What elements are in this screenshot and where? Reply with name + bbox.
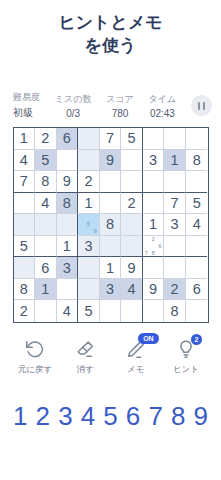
board-wrap: 1267545931878924812755981345132678631981… bbox=[0, 127, 221, 323]
cell-r1c3[interactable]: 6 bbox=[57, 128, 79, 150]
cell-r8c2[interactable]: 1 bbox=[35, 279, 57, 301]
cell-r8c4[interactable] bbox=[78, 279, 100, 301]
cell-r9c6[interactable] bbox=[121, 300, 143, 322]
cell-notes: 2678 bbox=[143, 236, 164, 257]
erase-label: 消す bbox=[77, 364, 94, 376]
numpad-5[interactable]: 5 bbox=[103, 403, 117, 429]
hint-button[interactable]: 2 ヒント bbox=[161, 338, 211, 376]
cell-r1c5[interactable]: 7 bbox=[100, 128, 122, 150]
stat-mistakes: ミスの数 0/3 bbox=[55, 93, 92, 119]
cell-r5c4[interactable]: 59 bbox=[78, 214, 100, 236]
cell-r9c7[interactable] bbox=[143, 300, 165, 322]
undo-icon bbox=[24, 338, 46, 360]
numpad-2[interactable]: 2 bbox=[36, 403, 50, 429]
cell-r1c8[interactable] bbox=[164, 128, 186, 150]
stat-score: スコア 780 bbox=[106, 93, 134, 119]
cell-r7c3[interactable]: 3 bbox=[57, 257, 79, 279]
cell-r5c7[interactable]: 1 bbox=[143, 214, 165, 236]
time-label: タイム bbox=[149, 93, 177, 106]
stat-difficulty: 難易度 初級 bbox=[13, 91, 40, 120]
toolbar: 元に戻す 消す ON メモ 2 ヒント bbox=[0, 338, 221, 376]
cell-r2c9[interactable]: 8 bbox=[186, 150, 208, 172]
cell-r7c7[interactable] bbox=[143, 257, 165, 279]
cell-r6c9[interactable] bbox=[186, 236, 208, 258]
cell-r7c2[interactable]: 6 bbox=[35, 257, 57, 279]
cell-r2c3[interactable] bbox=[57, 150, 79, 172]
memo-label: メモ bbox=[127, 364, 144, 376]
numpad-7[interactable]: 7 bbox=[148, 403, 162, 429]
cell-r9c5[interactable] bbox=[100, 300, 122, 322]
mistakes-label: ミスの数 bbox=[55, 93, 92, 106]
hint-label: ヒント bbox=[173, 364, 199, 376]
hint-count-badge: 2 bbox=[191, 334, 202, 345]
cell-r5c5[interactable]: 8 bbox=[100, 214, 122, 236]
eraser-icon bbox=[74, 338, 96, 360]
memo-button[interactable]: ON メモ bbox=[111, 338, 161, 376]
cell-r3c5[interactable] bbox=[100, 171, 122, 193]
undo-button[interactable]: 元に戻す bbox=[10, 338, 60, 376]
page-title: ヒントとメモ を使う bbox=[0, 0, 221, 57]
numpad-9[interactable]: 9 bbox=[194, 403, 208, 429]
cell-r9c4[interactable]: 5 bbox=[78, 300, 100, 322]
stats-bar: 難易度 初級 ミスの数 0/3 スコア 780 タイム 02:43 bbox=[0, 91, 221, 120]
cell-r3c1[interactable]: 7 bbox=[14, 171, 36, 193]
cell-r3c8[interactable] bbox=[164, 171, 186, 193]
page-title-line2: を使う bbox=[0, 34, 221, 57]
cell-r3c4[interactable]: 2 bbox=[78, 171, 100, 193]
cell-r4c7[interactable] bbox=[143, 193, 165, 215]
score-label: スコア bbox=[106, 93, 134, 106]
cell-r3c3[interactable]: 9 bbox=[57, 171, 79, 193]
cell-r7c6[interactable]: 9 bbox=[121, 257, 143, 279]
cell-r7c4[interactable] bbox=[78, 257, 100, 279]
mistakes-value: 0/3 bbox=[66, 108, 80, 119]
cell-r5c1[interactable] bbox=[14, 214, 36, 236]
cell-r6c7[interactable]: 2678 bbox=[143, 236, 165, 258]
cell-r2c4[interactable] bbox=[78, 150, 100, 172]
cell-r2c7[interactable]: 3 bbox=[143, 150, 165, 172]
cell-r4c1[interactable] bbox=[14, 193, 36, 215]
cell-r6c6[interactable] bbox=[121, 236, 143, 258]
cell-r4c2[interactable]: 4 bbox=[35, 193, 57, 215]
cell-r2c1[interactable]: 4 bbox=[14, 150, 36, 172]
cell-r8c5[interactable]: 3 bbox=[100, 279, 122, 301]
cell-r9c2[interactable] bbox=[35, 300, 57, 322]
cell-r7c5[interactable]: 1 bbox=[100, 257, 122, 279]
cell-r6c2[interactable] bbox=[35, 236, 57, 258]
sudoku-board: 1267545931878924812755981345132678631981… bbox=[13, 127, 209, 323]
cell-r5c6[interactable] bbox=[121, 214, 143, 236]
cell-r5c9[interactable]: 4 bbox=[186, 214, 208, 236]
cell-r8c9[interactable]: 6 bbox=[186, 279, 208, 301]
cell-r1c9[interactable] bbox=[186, 128, 208, 150]
number-pad: 1 2 3 4 5 6 7 8 9 bbox=[0, 403, 221, 429]
cell-r8c6[interactable]: 4 bbox=[121, 279, 143, 301]
cell-r3c6[interactable] bbox=[121, 171, 143, 193]
cell-r7c1[interactable] bbox=[14, 257, 36, 279]
cell-r3c9[interactable] bbox=[186, 171, 208, 193]
cell-r1c7[interactable] bbox=[143, 128, 165, 150]
cell-r7c9[interactable] bbox=[186, 257, 208, 279]
cell-r4c9[interactable]: 5 bbox=[186, 193, 208, 215]
pause-icon bbox=[198, 102, 205, 110]
time-value: 02:43 bbox=[150, 108, 175, 119]
cell-r5c3[interactable] bbox=[57, 214, 79, 236]
difficulty-value: 初級 bbox=[13, 106, 33, 120]
cell-r7c8[interactable] bbox=[164, 257, 186, 279]
pause-button[interactable] bbox=[191, 95, 212, 116]
score-value: 780 bbox=[112, 108, 129, 119]
cell-r9c8[interactable]: 8 bbox=[164, 300, 186, 322]
cell-r4c6[interactable]: 2 bbox=[121, 193, 143, 215]
cell-r4c5[interactable] bbox=[100, 193, 122, 215]
cell-r8c7[interactable]: 9 bbox=[143, 279, 165, 301]
cell-r5c8[interactable]: 3 bbox=[164, 214, 186, 236]
cell-r8c3[interactable] bbox=[57, 279, 79, 301]
numpad-3[interactable]: 3 bbox=[58, 403, 72, 429]
cell-r8c1[interactable]: 8 bbox=[14, 279, 36, 301]
cell-r6c5[interactable] bbox=[100, 236, 122, 258]
cell-r1c2[interactable]: 2 bbox=[35, 128, 57, 150]
cell-r2c2[interactable]: 5 bbox=[35, 150, 57, 172]
cell-notes: 59 bbox=[78, 214, 99, 235]
numpad-1[interactable]: 1 bbox=[13, 403, 27, 429]
cell-r2c8[interactable]: 1 bbox=[164, 150, 186, 172]
cell-r9c9[interactable] bbox=[186, 300, 208, 322]
cell-r5c2[interactable] bbox=[35, 214, 57, 236]
cell-r3c7[interactable] bbox=[143, 171, 165, 193]
pencil-icon: ON bbox=[125, 338, 147, 360]
sudoku-app: ヒントとメモ を使う 難易度 初級 ミスの数 0/3 スコア 780 タイム 0… bbox=[0, 0, 221, 480]
cell-r6c8[interactable] bbox=[164, 236, 186, 258]
difficulty-label: 難易度 bbox=[13, 91, 40, 104]
undo-label: 元に戻す bbox=[18, 364, 52, 376]
numpad-6[interactable]: 6 bbox=[126, 403, 140, 429]
erase-button[interactable]: 消す bbox=[60, 338, 110, 376]
cell-r9c3[interactable]: 4 bbox=[57, 300, 79, 322]
cell-r8c8[interactable]: 2 bbox=[164, 279, 186, 301]
cell-r3c2[interactable]: 8 bbox=[35, 171, 57, 193]
cell-r2c6[interactable] bbox=[121, 150, 143, 172]
cell-r4c4[interactable]: 1 bbox=[78, 193, 100, 215]
cell-r1c4[interactable] bbox=[78, 128, 100, 150]
cell-r4c8[interactable]: 7 bbox=[164, 193, 186, 215]
stat-time: タイム 02:43 bbox=[149, 93, 177, 119]
cell-r9c1[interactable]: 2 bbox=[14, 300, 36, 322]
cell-r6c3[interactable]: 1 bbox=[57, 236, 79, 258]
memo-on-badge: ON bbox=[138, 333, 159, 344]
page-title-line1: ヒントとメモ bbox=[0, 11, 221, 34]
cell-r2c5[interactable]: 9 bbox=[100, 150, 122, 172]
cell-r6c1[interactable]: 5 bbox=[14, 236, 36, 258]
cell-r4c3[interactable]: 8 bbox=[57, 193, 79, 215]
cell-r1c6[interactable]: 5 bbox=[121, 128, 143, 150]
numpad-8[interactable]: 8 bbox=[171, 403, 185, 429]
numpad-4[interactable]: 4 bbox=[81, 403, 95, 429]
lightbulb-icon: 2 bbox=[175, 338, 197, 360]
cell-r6c4[interactable]: 3 bbox=[78, 236, 100, 258]
cell-r1c1[interactable]: 1 bbox=[14, 128, 36, 150]
